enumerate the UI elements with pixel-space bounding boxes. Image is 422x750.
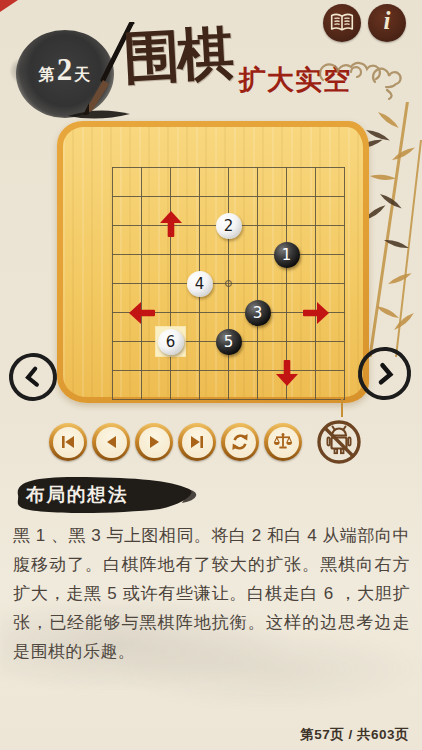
book-icon (329, 12, 355, 34)
cloud-ornament-icon (317, 38, 415, 100)
stone-white-2: 2 (216, 213, 242, 239)
arrow-left-icon (127, 298, 156, 327)
stone-black-3: 3 (245, 300, 271, 326)
arrow-right-icon (301, 298, 330, 327)
no-ai-icon (314, 417, 364, 467)
media-score-button[interactable] (264, 423, 302, 461)
corner-ribbon (0, 0, 18, 12)
info-icon: i (384, 7, 391, 35)
section-title: 布局的想法 (26, 482, 129, 507)
go-board[interactable]: 123456 (57, 121, 369, 403)
book-button[interactable] (323, 4, 361, 42)
paint-drip (341, 399, 343, 417)
page-indicator: 第57页 / 共603页 (300, 726, 409, 744)
stone-white-4: 4 (187, 271, 213, 297)
replay-icon (225, 427, 256, 458)
board-intersections: 123456 (98, 153, 359, 414)
play-icon (139, 427, 170, 458)
playback-controls (49, 417, 364, 467)
star-point (214, 269, 243, 298)
stone-black-1: 1 (274, 242, 300, 268)
stone-white-6: 6 (158, 329, 184, 355)
media-step-back-button[interactable] (92, 423, 130, 461)
media-skip-first-button[interactable] (49, 423, 87, 461)
media-play-button[interactable] (135, 423, 173, 461)
intersection: 6 (156, 327, 185, 356)
arrow-up-icon (156, 211, 185, 240)
ink-wash (0, 592, 422, 717)
step-back-icon (96, 427, 127, 458)
prev-diagram-button[interactable] (7, 351, 60, 404)
chevron-left-icon (19, 363, 48, 392)
board-wood: 123456 (63, 127, 363, 397)
skip-first-icon (53, 427, 84, 458)
chevron-right-icon (369, 358, 399, 388)
media-no-ai-button[interactable] (314, 417, 364, 467)
intersection: 2 (214, 211, 243, 240)
go-lesson-page: 第2天 围棋 扩大实空 i (0, 0, 422, 750)
page-title: 围棋 (122, 23, 233, 86)
stone-black-5: 5 (216, 329, 242, 355)
media-replay-button[interactable] (221, 423, 259, 461)
intersection: 4 (185, 269, 214, 298)
intersection: 3 (243, 298, 272, 327)
media-skip-last-button[interactable] (178, 423, 216, 461)
intersection: 5 (214, 327, 243, 356)
info-button[interactable]: i (368, 4, 406, 42)
skip-last-icon (182, 427, 213, 458)
score-icon (268, 427, 299, 458)
arrow-down-icon (272, 356, 301, 385)
intersection: 1 (272, 240, 301, 269)
